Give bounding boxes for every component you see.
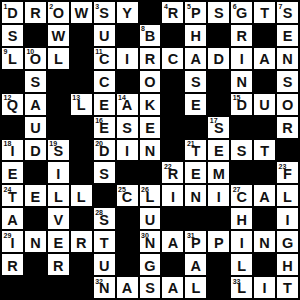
clue-number: 31 [187, 232, 195, 239]
clue-number: 16 [95, 117, 103, 124]
cell-r3c3[interactable]: L [48, 48, 69, 69]
clue-number: 12 [4, 94, 12, 101]
cell-r8c1[interactable]: E [2, 162, 23, 183]
cell-letter: A [191, 52, 201, 69]
cell-letter: L [191, 281, 200, 298]
cell-r10c13[interactable]: I [277, 208, 298, 229]
black-cell-r7c4 [71, 140, 92, 161]
cell-letter: A [122, 281, 132, 298]
cell-r12c9[interactable]: A [185, 254, 206, 275]
cell-r1c11[interactable]: 6G [231, 2, 252, 23]
cell-letter: U [99, 259, 109, 276]
cell-letter: N [145, 144, 155, 161]
cell-r10c3[interactable]: V [48, 208, 69, 229]
cell-r8c13[interactable]: 23F [277, 162, 298, 183]
black-cell-r2c10 [208, 25, 229, 46]
cell-r12c1[interactable]: R [2, 254, 23, 275]
cell-r8c10[interactable]: M [208, 162, 229, 183]
cell-letter: G [282, 236, 293, 253]
cell-r9c4[interactable]: L [71, 185, 92, 206]
black-cell-r4c4 [71, 71, 92, 92]
black-cell-r6c3 [48, 117, 69, 138]
cell-r5c12[interactable]: U [254, 94, 275, 115]
cell-r9c8[interactable]: I [162, 185, 183, 206]
cell-letter: T [260, 6, 269, 23]
cell-r11c12[interactable]: N [254, 231, 275, 252]
cell-r12c7[interactable]: G [140, 254, 161, 275]
cell-letter: R [168, 6, 178, 23]
cell-r6c5[interactable]: 16E [94, 117, 115, 138]
cell-r11c4[interactable]: R [71, 231, 92, 252]
cell-letter: L [54, 52, 63, 69]
cell-r8c8[interactable]: 22R [162, 162, 183, 183]
clue-number: 25 [118, 186, 126, 193]
cell-r5c1[interactable]: 12Q [2, 94, 23, 115]
cell-r7c12[interactable]: T [254, 140, 275, 161]
cell-letter: I [125, 144, 129, 161]
clue-number: 29 [4, 232, 12, 239]
cell-letter: I [240, 236, 244, 253]
clue-number: 13 [72, 94, 80, 101]
cell-r11c5[interactable]: T [94, 231, 115, 252]
cell-letter: A [259, 190, 269, 207]
clue-number: 26 [141, 186, 149, 193]
cell-letter: I [56, 167, 60, 184]
cell-letter: S [283, 6, 293, 23]
cell-letter: T [100, 236, 109, 253]
cell-r1c9[interactable]: 5P [185, 2, 206, 23]
cell-letter: R [145, 52, 155, 69]
black-cell-r8c4 [71, 162, 92, 183]
cell-letter: A [191, 259, 201, 276]
cell-r3c1[interactable]: 9L [2, 48, 23, 69]
cell-letter: E [99, 98, 109, 115]
cell-r3c7[interactable]: R [140, 48, 161, 69]
black-cell-r4c3 [48, 71, 69, 92]
black-cell-r13c10 [208, 277, 229, 298]
cell-r11c13[interactable]: G [277, 231, 298, 252]
clue-number: 7 [279, 3, 283, 10]
cell-letter: W [74, 6, 88, 23]
clue-number: 5 [187, 3, 191, 10]
cell-letter: E [283, 29, 293, 46]
cell-r3c6[interactable]: I [117, 48, 138, 69]
cell-r1c3[interactable]: 2O [48, 2, 69, 23]
cell-letter: U [145, 213, 155, 230]
cell-letter: K [145, 98, 155, 115]
cell-letter: E [214, 144, 224, 161]
cell-r3c5[interactable]: 11C [94, 48, 115, 69]
cell-r5c13[interactable]: O [277, 94, 298, 115]
cell-letter: S [283, 75, 293, 92]
black-cell-r4c10 [208, 71, 229, 92]
cell-r13c5[interactable]: 32N [94, 277, 115, 298]
cell-r9c11[interactable]: 27C [231, 185, 252, 206]
cell-r4c13[interactable]: S [277, 71, 298, 92]
cell-letter: H [282, 259, 292, 276]
clue-number: 19 [49, 140, 57, 147]
cell-letter: L [8, 52, 17, 69]
black-cell-r12c8 [162, 254, 183, 275]
cell-letter: G [144, 259, 155, 276]
cell-letter: R [53, 259, 63, 276]
black-cell-r13c4 [71, 277, 92, 298]
cell-letter: I [125, 52, 129, 69]
cell-r5c11[interactable]: 15D [231, 94, 252, 115]
cell-r12c3[interactable]: R [48, 254, 69, 275]
black-cell-r7c13 [277, 140, 298, 161]
cell-r13c8[interactable]: A [162, 277, 183, 298]
cell-r5c2[interactable]: A [25, 94, 46, 115]
cell-r6c13[interactable]: R [277, 117, 298, 138]
cell-r7c1[interactable]: 18I [2, 140, 23, 161]
cell-r6c2[interactable]: U [25, 117, 46, 138]
black-cell-r10c9 [185, 208, 206, 229]
cell-letter: S [99, 6, 109, 23]
cell-r9c9[interactable]: N [185, 185, 206, 206]
cell-letter: E [145, 121, 155, 138]
clue-number: 8 [141, 25, 145, 32]
black-cell-r8c6 [117, 162, 138, 183]
cell-r1c4[interactable]: W [71, 2, 92, 23]
cell-r2c7[interactable]: 8B [140, 25, 161, 46]
cell-r2c13[interactable]: E [277, 25, 298, 46]
cell-r4c2[interactable]: S [25, 71, 46, 92]
cell-r9c12[interactable]: A [254, 185, 275, 206]
cell-letter: S [145, 281, 155, 298]
cell-letter: S [8, 29, 18, 46]
cell-letter: R [282, 121, 292, 138]
cell-r3c8[interactable]: C [162, 48, 183, 69]
cell-r5c6[interactable]: 14A [117, 94, 138, 115]
cell-letter: B [145, 29, 155, 46]
clue-number: 22 [164, 163, 172, 170]
black-cell-r12c4 [71, 254, 92, 275]
cell-letter: S [237, 144, 247, 161]
black-cell-r6c8 [162, 117, 183, 138]
cell-r7c2[interactable]: D [25, 140, 46, 161]
black-cell-r13c2 [25, 277, 46, 298]
cell-r3c13[interactable]: N [277, 48, 298, 69]
clue-number: 14 [118, 94, 126, 101]
cell-letter: P [191, 6, 201, 23]
cell-r2c1[interactable]: S [2, 25, 23, 46]
cell-r10c1[interactable]: A [2, 208, 23, 229]
black-cell-r9c5 [94, 185, 115, 206]
cell-r11c7[interactable]: 30N [140, 231, 161, 252]
cell-letter: D [214, 52, 224, 69]
cell-r10c5[interactable]: 28S [94, 208, 115, 229]
black-cell-r10c10 [208, 208, 229, 229]
cell-r11c8[interactable]: A [162, 231, 183, 252]
cell-r7c11[interactable]: S [231, 140, 252, 161]
cell-r10c7[interactable]: U [140, 208, 161, 229]
cell-letter: U [259, 98, 269, 115]
cell-letter: H [191, 29, 201, 46]
black-cell-r4c8 [162, 71, 183, 92]
black-cell-r8c2 [25, 162, 46, 183]
cell-letter: A [259, 52, 269, 69]
cell-letter: A [168, 236, 178, 253]
cell-letter: S [191, 75, 201, 92]
cell-letter: R [76, 236, 86, 253]
cell-r2c11[interactable]: R [231, 25, 252, 46]
cell-r7c9[interactable]: 21T [185, 140, 206, 161]
cell-letter: S [214, 6, 224, 23]
black-cell-r11c6 [117, 231, 138, 252]
cell-r5c9[interactable]: E [185, 94, 206, 115]
cell-r1c12[interactable]: T [254, 2, 275, 23]
cell-r1c6[interactable]: Y [117, 2, 138, 23]
black-cell-r8c7 [140, 162, 161, 183]
cell-letter: P [214, 236, 224, 253]
black-cell-r6c1 [2, 117, 23, 138]
cell-r9c1[interactable]: 24T [2, 185, 23, 206]
black-cell-r1c7 [140, 2, 161, 23]
clue-number: 20 [95, 140, 103, 147]
cell-r3c9[interactable]: A [185, 48, 206, 69]
black-cell-r13c3 [48, 277, 69, 298]
clue-number: 17 [210, 117, 218, 124]
black-cell-r12c10 [208, 254, 229, 275]
cell-r5c7[interactable]: K [140, 94, 161, 115]
clue-number: 1 [4, 3, 8, 10]
black-cell-r2c12 [254, 25, 275, 46]
black-cell-r4c6 [117, 71, 138, 92]
cell-letter: I [217, 190, 221, 207]
black-cell-r3c4 [71, 48, 92, 69]
cell-r12c5[interactable]: U [94, 254, 115, 275]
cell-letter: I [286, 213, 290, 230]
cell-r8c3[interactable]: I [48, 162, 69, 183]
cell-letter: R [7, 259, 17, 276]
cell-letter: W [51, 29, 65, 46]
cell-letter: L [283, 190, 292, 207]
cell-letter: I [263, 281, 267, 298]
cell-r5c5[interactable]: E [94, 94, 115, 115]
cell-letter: I [171, 190, 175, 207]
black-cell-r10c8 [162, 208, 183, 229]
cell-r13c7[interactable]: S [140, 277, 161, 298]
cell-r9c10[interactable]: I [208, 185, 229, 206]
clue-number: 33 [233, 278, 241, 285]
cell-r9c3[interactable]: L [48, 185, 69, 206]
crossword-grid: 1DR2OW3SY4R5PS6GT7SSWU8BHRE9L10OL11CIRCA… [0, 0, 300, 300]
cell-r6c7[interactable]: E [140, 117, 161, 138]
cell-letter: Y [122, 6, 132, 23]
cell-r12c11[interactable]: L [231, 254, 252, 275]
cell-r3c12[interactable]: A [254, 48, 275, 69]
black-cell-r13c1 [2, 277, 23, 298]
clue-number: 3 [95, 3, 99, 10]
cell-r7c5[interactable]: 20D [94, 140, 115, 161]
cell-r9c6[interactable]: 25C [117, 185, 138, 206]
cell-letter: D [7, 6, 17, 23]
cell-r1c2[interactable]: R [25, 2, 46, 23]
cell-letter: G [236, 6, 247, 23]
black-cell-r5c10 [208, 94, 229, 115]
clue-number: 32 [95, 278, 103, 285]
cell-letter: R [236, 29, 246, 46]
black-cell-r7c8 [162, 140, 183, 161]
cell-r13c6[interactable]: A [117, 277, 138, 298]
cell-letter: L [237, 259, 246, 276]
clue-number: 2 [49, 3, 53, 10]
clue-number: 4 [164, 3, 168, 10]
cell-letter: A [30, 98, 40, 115]
cell-letter: C [99, 75, 109, 92]
cell-r3c11[interactable]: I [231, 48, 252, 69]
cell-r3c10[interactable]: D [208, 48, 229, 69]
clue-number: 6 [233, 3, 237, 10]
cell-letter: L [77, 190, 86, 207]
clue-number: 11 [95, 48, 102, 55]
cell-letter: S [31, 75, 41, 92]
black-cell-r2c4 [71, 25, 92, 46]
cell-r1c5[interactable]: 3S [94, 2, 115, 23]
cell-r4c7[interactable]: O [140, 71, 161, 92]
cell-r1c1[interactable]: 1D [2, 2, 23, 23]
cell-letter: T [283, 281, 292, 298]
clue-number: 23 [279, 163, 287, 170]
black-cell-r10c4 [71, 208, 92, 229]
cell-letter: N [191, 190, 201, 207]
black-cell-r12c6 [117, 254, 138, 275]
cell-r13c11[interactable]: 33L [231, 277, 252, 298]
cell-letter: N [282, 52, 292, 69]
cell-r13c13[interactable]: T [277, 277, 298, 298]
black-cell-r4c1 [2, 71, 23, 92]
cell-r11c10[interactable]: P [208, 231, 229, 252]
cell-r13c12[interactable]: I [254, 277, 275, 298]
cell-r2c3[interactable]: W [48, 25, 69, 46]
cell-letter: E [191, 167, 201, 184]
clue-number: 18 [4, 140, 12, 147]
cell-r11c1[interactable]: 29I [2, 231, 23, 252]
black-cell-r10c6 [117, 208, 138, 229]
black-cell-r6c4 [71, 117, 92, 138]
cell-r6c10[interactable]: 17S [208, 117, 229, 138]
cell-letter: E [8, 167, 18, 184]
cell-r6c6[interactable]: S [117, 117, 138, 138]
cell-letter: U [30, 121, 40, 138]
cell-r2c9[interactable]: H [185, 25, 206, 46]
cell-r11c2[interactable]: N [25, 231, 46, 252]
cell-letter: A [168, 281, 178, 298]
cell-r9c7[interactable]: 26L [140, 185, 161, 206]
black-cell-r4c12 [254, 71, 275, 92]
cell-r1c13[interactable]: 7S [277, 2, 298, 23]
cell-r7c3[interactable]: 19S [48, 140, 69, 161]
black-cell-r10c12 [254, 208, 275, 229]
clue-number: 21 [187, 140, 195, 147]
cell-letter: T [260, 144, 269, 161]
cell-r12c13[interactable]: H [277, 254, 298, 275]
black-cell-r5c3 [48, 94, 69, 115]
clue-number: 10 [26, 48, 34, 55]
clue-number: 28 [95, 209, 103, 216]
black-cell-r10c2 [25, 208, 46, 229]
cell-r9c2[interactable]: E [25, 185, 46, 206]
clue-number: 30 [141, 232, 149, 239]
black-cell-r6c9 [185, 117, 206, 138]
black-cell-r8c11 [231, 162, 252, 183]
cell-r4c9[interactable]: S [185, 71, 206, 92]
black-cell-r12c2 [25, 254, 46, 275]
cell-letter: U [99, 29, 109, 46]
cell-r10c11[interactable]: H [231, 208, 252, 229]
cell-letter: E [53, 236, 63, 253]
cell-letter: L [54, 190, 63, 207]
cell-letter: A [7, 213, 17, 230]
cell-letter: S [99, 167, 109, 184]
cell-r9c13[interactable]: L [277, 185, 298, 206]
black-cell-r2c6 [117, 25, 138, 46]
black-cell-r8c12 [254, 162, 275, 183]
cell-letter: I [240, 52, 244, 69]
clue-number: 9 [4, 48, 8, 55]
cell-letter: M [213, 167, 225, 184]
cell-r7c10[interactable]: E [208, 140, 229, 161]
cell-r3c2[interactable]: 10O [25, 48, 46, 69]
cell-r7c6[interactable]: I [117, 140, 138, 161]
black-cell-r2c8 [162, 25, 183, 46]
cell-r5c4[interactable]: 13L [71, 94, 92, 115]
cell-r2c5[interactable]: U [94, 25, 115, 46]
cell-letter: S [122, 121, 132, 138]
black-cell-r6c12 [254, 117, 275, 138]
cell-r4c5[interactable]: C [94, 71, 115, 92]
cell-r11c3[interactable]: E [48, 231, 69, 252]
clue-number: 27 [233, 186, 241, 193]
cell-letter: V [53, 213, 63, 230]
cell-letter: N [30, 236, 40, 253]
clue-number: 24 [4, 186, 12, 193]
cell-letter: C [168, 52, 178, 69]
cell-r8c5[interactable]: S [94, 162, 115, 183]
cell-r1c8[interactable]: 4R [162, 2, 183, 23]
cell-letter: E [31, 190, 41, 207]
black-cell-r2c2 [25, 25, 46, 46]
cell-letter: N [259, 236, 269, 253]
clue-number: 15 [233, 94, 241, 101]
cell-r8c9[interactable]: E [185, 162, 206, 183]
cell-r1c10[interactable]: S [208, 2, 229, 23]
cell-letter: O [282, 98, 293, 115]
cell-letter: O [144, 75, 155, 92]
cell-r11c9[interactable]: 31P [185, 231, 206, 252]
black-cell-r12c12 [254, 254, 275, 275]
cell-letter: N [236, 75, 246, 92]
cell-letter: H [236, 213, 246, 230]
cell-r4c11[interactable]: N [231, 71, 252, 92]
cell-letter: R [30, 6, 40, 23]
cell-r13c9[interactable]: L [185, 277, 206, 298]
black-cell-r6c11 [231, 117, 252, 138]
cell-letter: E [191, 98, 201, 115]
cell-letter: O [53, 6, 64, 23]
black-cell-r5c8 [162, 94, 183, 115]
cell-r11c11[interactable]: I [231, 231, 252, 252]
cell-letter: D [30, 144, 40, 161]
cell-r7c7[interactable]: N [140, 140, 161, 161]
